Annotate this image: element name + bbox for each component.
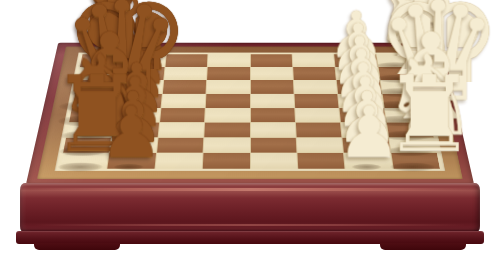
box-foot-right: [380, 243, 466, 250]
box-front-apron: [20, 183, 480, 233]
piece-glyph: ♟: [98, 97, 165, 168]
box-foot-left: [34, 243, 120, 250]
chess-board: ♜♞♝♚♛♝♞♜♟♟♟♟♟♟♟♟♟♟♟♟♟♟♟♟♜♞♝♚♛♝♞♜: [26, 43, 474, 184]
piece-glyph: ♜: [383, 63, 450, 167]
chess-set-photo: ♜♞♝♚♛♝♞♜♟♟♟♟♟♟♟♟♟♟♟♟♟♟♟♟♜♞♝♚♛♝♞♜: [0, 0, 500, 253]
pieces-layer: ♜♞♝♚♛♝♞♜♟♟♟♟♟♟♟♟♟♟♟♟♟♟♟♟♜♞♝♚♛♝♞♜: [60, 54, 440, 168]
